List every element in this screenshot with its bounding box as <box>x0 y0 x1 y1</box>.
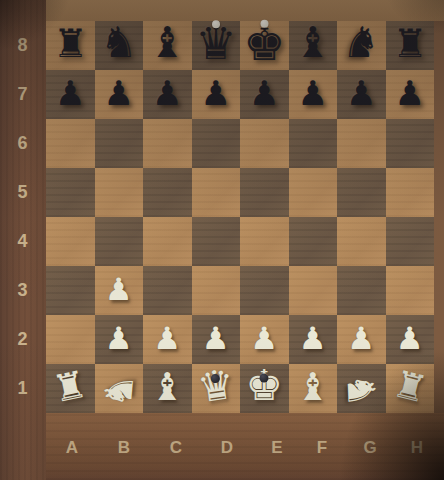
piece-black-pawn-h7[interactable]: ♟ <box>393 75 427 109</box>
piece-white-pawn-b2[interactable]: ♟ <box>103 322 134 353</box>
square-d7[interactable]: ♟ <box>192 70 241 119</box>
square-g5[interactable] <box>337 168 386 217</box>
square-f4[interactable] <box>289 217 338 266</box>
file-label-b: B <box>118 438 130 458</box>
piece-white-knight-b1[interactable]: ♞ <box>98 369 139 410</box>
square-g1[interactable]: ♞ <box>337 364 386 413</box>
piece-white-rook-a1[interactable]: ♜ <box>48 364 92 408</box>
piece-black-pawn-b7[interactable]: ♟ <box>102 75 136 109</box>
square-b4[interactable] <box>95 217 144 266</box>
white-finial-dot <box>212 20 220 28</box>
square-a1[interactable]: ♜ <box>46 364 95 413</box>
rank-label-6: 6 <box>0 119 46 168</box>
piece-white-queen-d1[interactable]: ♛ <box>193 363 239 409</box>
piece-white-pawn-g2[interactable]: ♟ <box>346 322 377 353</box>
piece-black-knight-b8[interactable]: ♞ <box>98 22 140 64</box>
square-g2[interactable]: ♟ <box>337 315 386 364</box>
rank-label-7: 7 <box>0 70 46 119</box>
square-e5[interactable] <box>240 168 289 217</box>
square-c1[interactable]: ♝ <box>143 364 192 413</box>
square-g4[interactable] <box>337 217 386 266</box>
piece-black-bishop-c8[interactable]: ♝ <box>146 22 188 64</box>
square-g6[interactable] <box>337 119 386 168</box>
square-c8[interactable]: ♝ <box>143 21 192 70</box>
file-label-c: C <box>170 438 182 458</box>
square-e1[interactable]: ♚ <box>240 364 289 413</box>
square-b6[interactable] <box>95 119 144 168</box>
rank-label-8: 8 <box>0 21 46 70</box>
square-c4[interactable] <box>143 217 192 266</box>
square-h8[interactable]: ♜ <box>386 21 435 70</box>
square-h2[interactable]: ♟ <box>386 315 435 364</box>
square-a6[interactable] <box>46 119 95 168</box>
piece-white-king-e1[interactable]: ♚ <box>243 365 285 407</box>
piece-white-pawn-d2[interactable]: ♟ <box>200 322 231 353</box>
square-f5[interactable] <box>289 168 338 217</box>
piece-black-bishop-f8[interactable]: ♝ <box>292 22 334 64</box>
piece-white-bishop-c1[interactable]: ♝ <box>148 367 186 405</box>
square-f1[interactable]: ♝ <box>289 364 338 413</box>
square-a7[interactable]: ♟ <box>46 70 95 119</box>
square-c5[interactable] <box>143 168 192 217</box>
rank-label-1: 1 <box>0 364 46 413</box>
chessboard-photo-scene: ♜♞♝♛♚♝♞♜♟♟♟♟♟♟♟♟♟♟♟♟♟♟♟♟♜♞♝♛♚♝♞♜ 8765432… <box>0 0 444 480</box>
piece-black-pawn-f7[interactable]: ♟ <box>296 75 330 109</box>
piece-black-rook-a8[interactable]: ♜ <box>51 24 90 63</box>
piece-white-pawn-f2[interactable]: ♟ <box>297 322 328 353</box>
piece-black-pawn-c7[interactable]: ♟ <box>150 75 184 109</box>
board-frame-bottom <box>46 413 444 480</box>
chess-board: ♜♞♝♛♚♝♞♜♟♟♟♟♟♟♟♟♟♟♟♟♟♟♟♟♜♞♝♛♚♝♞♜ <box>46 21 434 413</box>
square-d4[interactable] <box>192 217 241 266</box>
square-e2[interactable]: ♟ <box>240 315 289 364</box>
square-h7[interactable]: ♟ <box>386 70 435 119</box>
square-e4[interactable] <box>240 217 289 266</box>
square-d1[interactable]: ♛ <box>192 364 241 413</box>
square-d3[interactable] <box>192 266 241 315</box>
square-b2[interactable]: ♟ <box>95 315 144 364</box>
square-f7[interactable]: ♟ <box>289 70 338 119</box>
square-b8[interactable]: ♞ <box>95 21 144 70</box>
piece-white-rook-h1[interactable]: ♜ <box>387 364 432 409</box>
piece-white-knight-g1[interactable]: ♞ <box>342 370 381 409</box>
square-e6[interactable] <box>240 119 289 168</box>
square-g8[interactable]: ♞ <box>337 21 386 70</box>
square-d5[interactable] <box>192 168 241 217</box>
piece-white-bishop-f1[interactable]: ♝ <box>294 367 332 405</box>
rank-label-5: 5 <box>0 168 46 217</box>
square-a8[interactable]: ♜ <box>46 21 95 70</box>
white-finial-dot <box>260 19 268 27</box>
file-label-g: G <box>363 438 376 458</box>
black-finial-dot <box>260 373 269 382</box>
square-h5[interactable] <box>386 168 435 217</box>
square-b1[interactable]: ♞ <box>95 364 144 413</box>
rank-label-4: 4 <box>0 217 46 266</box>
file-label-a: A <box>66 438 78 458</box>
square-d2[interactable]: ♟ <box>192 315 241 364</box>
piece-white-pawn-e2[interactable]: ♟ <box>249 322 280 353</box>
piece-black-pawn-a7[interactable]: ♟ <box>53 75 87 109</box>
file-label-f: F <box>317 438 327 458</box>
piece-white-pawn-h2[interactable]: ♟ <box>394 322 425 353</box>
piece-black-knight-g8[interactable]: ♞ <box>340 22 382 64</box>
square-a4[interactable] <box>46 217 95 266</box>
file-label-e: E <box>271 438 282 458</box>
square-f6[interactable] <box>289 119 338 168</box>
piece-black-pawn-g7[interactable]: ♟ <box>344 75 378 109</box>
square-b7[interactable]: ♟ <box>95 70 144 119</box>
square-e7[interactable]: ♟ <box>240 70 289 119</box>
square-g3[interactable] <box>337 266 386 315</box>
file-label-h: H <box>411 438 423 458</box>
square-b3[interactable]: ♟ <box>95 266 144 315</box>
piece-white-pawn-c2[interactable]: ♟ <box>152 322 183 353</box>
rank-label-2: 2 <box>0 315 46 364</box>
square-h3[interactable] <box>386 266 435 315</box>
square-c7[interactable]: ♟ <box>143 70 192 119</box>
black-finial-dot <box>210 373 220 383</box>
square-h4[interactable] <box>386 217 435 266</box>
piece-white-pawn-b3[interactable]: ♟ <box>103 273 134 304</box>
square-c2[interactable]: ♟ <box>143 315 192 364</box>
square-f2[interactable]: ♟ <box>289 315 338 364</box>
square-f8[interactable]: ♝ <box>289 21 338 70</box>
square-c3[interactable] <box>143 266 192 315</box>
square-g7[interactable]: ♟ <box>337 70 386 119</box>
piece-black-rook-h8[interactable]: ♜ <box>390 24 429 63</box>
square-h6[interactable] <box>386 119 435 168</box>
rank-label-3: 3 <box>0 266 46 315</box>
square-b5[interactable] <box>95 168 144 217</box>
square-a5[interactable] <box>46 168 95 217</box>
square-h1[interactable]: ♜ <box>386 364 435 413</box>
square-e3[interactable] <box>240 266 289 315</box>
piece-black-king-e8[interactable]: ♚ <box>241 19 288 66</box>
square-a2[interactable] <box>46 315 95 364</box>
square-d6[interactable] <box>192 119 241 168</box>
square-c6[interactable] <box>143 119 192 168</box>
square-d8[interactable]: ♛ <box>192 21 241 70</box>
piece-black-queen-d8[interactable]: ♛ <box>193 20 239 66</box>
piece-black-pawn-e7[interactable]: ♟ <box>247 75 281 109</box>
square-a3[interactable] <box>46 266 95 315</box>
board-frame-right <box>434 21 444 413</box>
file-label-d: D <box>221 438 233 458</box>
piece-black-pawn-d7[interactable]: ♟ <box>199 75 233 109</box>
square-f3[interactable] <box>289 266 338 315</box>
square-e8[interactable]: ♚ <box>240 21 289 70</box>
